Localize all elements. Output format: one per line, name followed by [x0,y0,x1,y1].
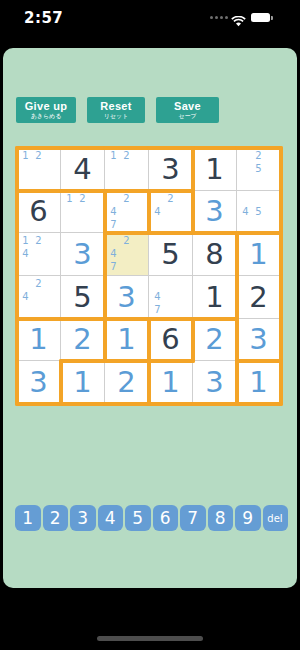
cell-r6c6[interactable]: 1 [237,361,281,404]
pencil-mark: 2 [76,192,89,205]
cage-wall [191,317,239,321]
pencil-mark: 7 [107,261,120,274]
cage-wall [191,189,195,235]
numpad-key-2[interactable]: 2 [43,505,69,531]
cage-wall [235,146,283,150]
cage-wall [279,359,283,406]
clock: 2:57 [24,9,63,27]
cage-wall [15,359,19,406]
home-indicator[interactable] [97,636,203,641]
cage-wall [103,317,151,321]
numpad-key-8[interactable]: 8 [208,505,234,531]
cage-wall [15,146,63,150]
user-digit: 3 [29,368,47,397]
cage-wall [235,359,283,363]
user-digit: 1 [29,325,47,354]
cell-r3c2[interactable]: 3 [61,233,105,276]
cellular-signal-icon [210,16,228,19]
cage-wall [235,359,239,406]
cell-r5c4[interactable]: 6 [149,319,193,361]
given-digit: 2 [249,283,267,312]
cage-wall [15,189,19,235]
cell-r1c6[interactable]: 25 [237,148,281,191]
pencil-mark: 1 [19,234,32,247]
cell-r1c3[interactable]: 12 [105,148,149,191]
cage-wall [103,231,107,278]
pencil-mark: 4 [151,205,164,218]
button-sublabel: セーブ [178,113,196,119]
cell-r5c6[interactable]: 3 [237,319,281,361]
cage-wall [191,402,239,406]
cell-r5c3[interactable]: 1 [105,319,149,361]
cage-wall [279,146,283,193]
cell-r5c2[interactable]: 2 [61,319,105,361]
cell-r2c3[interactable]: 247 [105,191,149,233]
numpad-key-5[interactable]: 5 [125,505,151,531]
cage-wall [15,317,63,321]
user-digit: 2 [73,325,91,354]
cage-wall [103,402,151,406]
user-digit: 2 [117,368,135,397]
pencil-mark: 4 [19,290,32,303]
pencil-mark: 7 [107,218,120,231]
user-digit: 1 [117,325,135,354]
cell-r5c1[interactable]: 1 [17,319,61,361]
cage-wall [147,231,195,235]
pencil-marks: 24 [151,192,190,231]
cage-wall [147,317,195,321]
pencil-mark: 4 [151,290,164,303]
cage-wall [15,274,19,321]
user-digit: 1 [249,240,267,269]
pencil-marks: 12 [63,192,102,231]
given-digit: 5 [161,240,179,269]
pencil-mark: 4 [239,205,252,218]
cage-wall [103,189,107,235]
cell-r4c6[interactable]: 2 [237,276,281,319]
cage-wall [15,146,19,193]
button-sublabel: リセット [104,113,129,119]
given-digit: 8 [205,240,223,269]
cell-r1c4[interactable]: 3 [149,148,193,191]
reset-button[interactable]: Resetリセット [87,97,145,123]
cell-r3c4[interactable]: 5 [149,233,193,276]
button-sublabel: あきらめる [31,113,62,119]
numpad-key-1[interactable]: 1 [15,505,41,531]
cage-wall [279,189,283,235]
cell-r3c6[interactable]: 1 [237,233,281,276]
pencil-marks: 12 [19,149,58,189]
cell-r4c3[interactable]: 3 [105,276,149,319]
pencil-mark: 4 [107,205,120,218]
cage-wall [279,317,283,363]
button-label: Reset [100,101,131,112]
pencil-marks: 25 [239,149,278,189]
cell-r6c2[interactable]: 1 [61,361,105,404]
cage-wall [279,231,283,278]
cell-r1c2[interactable]: 4 [61,148,105,191]
save-button[interactable]: Saveセーブ [156,97,219,123]
cell-r3c3-selected[interactable]: 247 [105,233,149,276]
cell-r5c5[interactable]: 2 [193,319,237,361]
cage-wall [235,274,239,321]
user-digit: 1 [161,368,179,397]
cage-wall [147,359,195,363]
cage-wall [103,146,151,150]
user-digit: 1 [73,368,91,397]
cell-r1c5[interactable]: 1 [193,148,237,191]
user-digit: 2 [205,325,223,354]
cage-wall [191,146,239,150]
cell-r4c4[interactable]: 47 [149,276,193,319]
pencil-mark: 2 [32,234,45,247]
cage-wall [103,317,107,363]
cage-wall [15,189,63,193]
cage-wall [59,189,107,193]
pencil-marks: 24 [19,277,58,317]
cell-r2c5[interactable]: 3 [193,191,237,233]
cage-wall [103,274,107,321]
app-screen: Give upあきらめるResetリセットSaveセーブ 12412312561… [3,48,297,588]
pencil-mark: 2 [120,149,133,162]
cage-wall [103,189,151,193]
cage-wall [59,317,107,321]
cage-wall [59,359,107,363]
cell-r6c3[interactable]: 2 [105,361,149,404]
numpad-key-3[interactable]: 3 [70,505,96,531]
give-up-button[interactable]: Give upあきらめる [16,97,76,123]
cell-r3c5[interactable]: 8 [193,233,237,276]
numpad-key-4[interactable]: 4 [98,505,124,531]
given-digit: 6 [161,325,179,354]
cell-r3c1[interactable]: 124 [17,233,61,276]
user-digit: 3 [73,240,91,269]
cell-r2c6[interactable]: 45 [237,191,281,233]
user-digit: 3 [117,283,135,312]
given-digit: 6 [29,197,47,226]
pencil-mark: 5 [252,205,265,218]
cage-wall [59,359,63,406]
sudoku-board[interactable]: 1241231256122472434512432475812453471212… [15,146,283,406]
user-digit: 3 [205,368,223,397]
pencil-mark: 4 [19,247,32,260]
pencil-marks: 124 [19,234,58,274]
toolbar: Give upあきらめるResetリセットSaveセーブ [3,97,297,123]
pencil-mark: 5 [252,162,265,175]
cage-wall [147,146,195,150]
cage-wall [147,317,151,363]
pencil-marks: 247 [107,192,146,231]
pencil-mark: 2 [32,277,45,290]
cage-wall [59,146,107,150]
pencil-mark: 7 [151,304,164,317]
cage-wall [235,231,283,235]
cell-r4c2[interactable]: 5 [61,276,105,319]
pencil-marks: 12 [107,149,146,189]
pencil-marks: 45 [239,192,278,231]
pencil-mark: 1 [63,192,76,205]
pencil-mark: 1 [107,149,120,162]
user-digit: 1 [249,368,267,397]
cage-wall [191,146,195,193]
given-digit: 4 [73,155,91,184]
cell-r6c4[interactable]: 1 [149,361,193,404]
cage-wall [147,189,151,235]
pencil-marks: 247 [107,234,146,274]
cage-wall [235,402,283,406]
cage-wall [103,231,151,235]
given-digit: 5 [73,283,91,312]
cage-wall [147,189,195,193]
pencil-mark: 2 [252,149,265,162]
cell-r1c1[interactable]: 12 [17,148,61,191]
cage-wall [191,231,239,235]
numpad-key-6[interactable]: 6 [153,505,179,531]
cage-wall [191,317,195,363]
cell-r6c1[interactable]: 3 [17,361,61,404]
cell-r4c5[interactable]: 1 [193,276,237,319]
numpad-key-7[interactable]: 7 [180,505,206,531]
pencil-mark: 2 [32,149,45,162]
pencil-marks: 47 [151,277,190,317]
button-label: Save [174,101,201,112]
cage-wall [103,359,151,363]
cage-wall [59,402,107,406]
cell-r2c4[interactable]: 24 [149,191,193,233]
cell-r2c2[interactable]: 12 [61,191,105,233]
pencil-mark: 2 [164,192,177,205]
cage-wall [15,402,63,406]
button-label: Give up [25,101,67,112]
cell-r2c1[interactable]: 6 [17,191,61,233]
cage-wall [235,317,239,363]
cage-wall [147,359,151,406]
user-digit: 3 [205,197,223,226]
pencil-mark: 2 [120,192,133,205]
pencil-mark: 4 [107,247,120,260]
cage-wall [15,317,19,363]
battery-icon [251,13,270,22]
number-pad: 123456789del [15,505,288,531]
pencil-mark: 1 [19,149,32,162]
numpad-key-9[interactable]: 9 [235,505,261,531]
cage-wall [147,402,195,406]
cage-wall [279,274,283,321]
given-digit: 1 [205,283,223,312]
given-digit: 1 [205,155,223,184]
cage-wall [235,231,239,278]
cage-wall [15,231,19,278]
cell-r4c1[interactable]: 24 [17,276,61,319]
pencil-mark: 2 [120,234,133,247]
user-digit: 3 [249,325,267,354]
cell-r6c5[interactable]: 3 [193,361,237,404]
wifi-icon [231,12,246,31]
status-bar: 2:57 [0,0,300,48]
given-digit: 3 [161,155,179,184]
numpad-delete-button[interactable]: del [263,505,288,531]
